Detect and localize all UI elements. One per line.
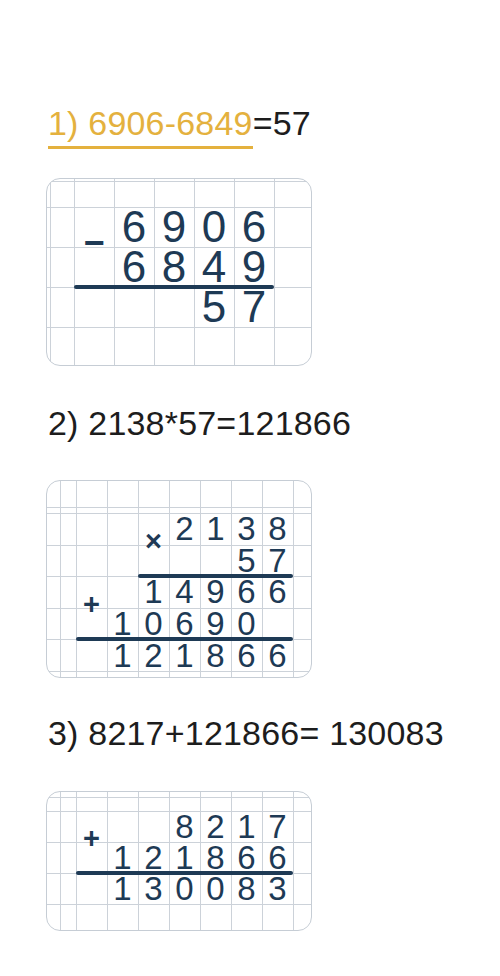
digit-cell: 3 <box>262 873 293 904</box>
digit-cell: 4 <box>169 576 200 608</box>
digit-cell: 1 <box>138 576 169 608</box>
digit-cell: 1 <box>107 639 138 671</box>
digit-cell: 6 <box>231 639 262 671</box>
digit-cell: 9 <box>154 207 194 247</box>
result-underline <box>76 871 293 875</box>
problem-1-result: =57 <box>253 104 311 142</box>
digit-cell: 6 <box>262 842 293 873</box>
digit-cell: 9 <box>234 247 274 287</box>
operator-sign-plus: + <box>83 589 100 618</box>
digit-cell: 2 <box>138 639 169 671</box>
digit-cell: 6 <box>231 842 262 873</box>
digit-cell: 1 <box>107 608 138 640</box>
digit-cell: 2 <box>138 842 169 873</box>
digit-cell: 1 <box>107 842 138 873</box>
digit-cell: 2 <box>200 811 231 842</box>
worksheet-card-multiplication: 2138571496610690121866×+ <box>46 480 312 678</box>
problem-3-title: 3) 8217+121866= 130083 <box>48 713 444 753</box>
digit-cell: 8 <box>231 873 262 904</box>
digit-cell: 1 <box>200 513 231 545</box>
digit-cell: 6 <box>234 207 274 247</box>
digit-cell: 0 <box>231 608 262 640</box>
problem-1-expression-link[interactable]: 1) 6906-6849 <box>48 103 253 149</box>
digit-cell: 7 <box>234 287 274 327</box>
result-underline <box>138 574 293 578</box>
digit-cell: 0 <box>200 873 231 904</box>
operator-sign-multiply: × <box>145 526 162 555</box>
digit-cell: 0 <box>194 207 234 247</box>
digit-cell: 0 <box>138 608 169 640</box>
digit-cell: 4 <box>194 247 234 287</box>
digit-cell: 6 <box>231 576 262 608</box>
worksheet-card-addition: 8217121866130083+ <box>46 791 312 931</box>
digit-cell: 6 <box>114 207 154 247</box>
digit-cell: 5 <box>194 287 234 327</box>
problem-1-title: 1) 6906-6849=57 <box>48 103 311 149</box>
digit-cell: 1 <box>169 842 200 873</box>
digit-cell: 6 <box>169 608 200 640</box>
result-underline <box>74 285 274 289</box>
operator-sign-minus: − <box>83 225 104 261</box>
digit-cell: 5 <box>231 545 262 577</box>
digit-cell: 6 <box>262 576 293 608</box>
answer-page: 1) 6906-6849=57 6906684957− 2) 2138*57=1… <box>0 0 500 976</box>
digit-cell: 1 <box>169 639 200 671</box>
digit-cell: 7 <box>262 545 293 577</box>
digit-cell: 8 <box>262 513 293 545</box>
digit-cell: 8 <box>169 811 200 842</box>
digit-cell: 3 <box>231 513 262 545</box>
digit-cell: 0 <box>169 873 200 904</box>
digit-cell: 6 <box>114 247 154 287</box>
digit-cell: 8 <box>200 842 231 873</box>
digit-cell: 8 <box>154 247 194 287</box>
digit-cell: 6 <box>262 639 293 671</box>
digit-cell: 2 <box>169 513 200 545</box>
digit-cell: 1 <box>231 811 262 842</box>
digit-cell: 3 <box>138 873 169 904</box>
problem-2-title: 2) 2138*57=121866 <box>48 403 351 443</box>
digit-cell: 9 <box>200 608 231 640</box>
operator-sign-plus: + <box>83 824 100 853</box>
result-underline <box>76 637 293 641</box>
digit-cell: 1 <box>107 873 138 904</box>
digit-cell: 7 <box>262 811 293 842</box>
digit-cell: 9 <box>200 576 231 608</box>
worksheet-card-subtraction: 6906684957− <box>46 178 312 366</box>
digit-cell: 8 <box>200 639 231 671</box>
